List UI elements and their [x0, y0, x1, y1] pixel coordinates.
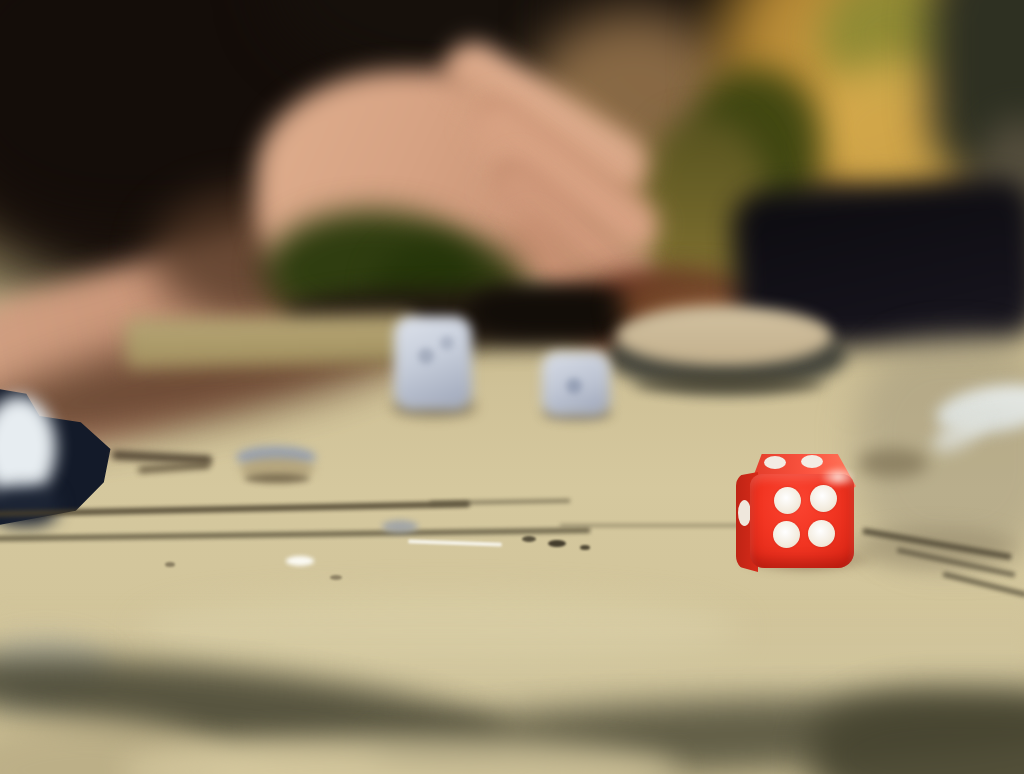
plate-shadow [634, 376, 824, 392]
table-scratch [0, 528, 590, 541]
dark-speck [522, 536, 536, 542]
die-pip [764, 456, 786, 469]
white-die-pip [566, 378, 582, 394]
die-pip [808, 520, 835, 547]
navy-box-lower-edge [0, 486, 58, 526]
white-die-left [394, 316, 472, 410]
keys-blur [138, 461, 210, 473]
wood-plank-edge [125, 313, 416, 368]
dark-speck [165, 562, 175, 567]
pebble [382, 520, 418, 533]
die-pip [810, 485, 837, 512]
mid-shadow-dark [470, 286, 640, 338]
die-gloss-highlight [820, 466, 856, 488]
die-pip [774, 487, 801, 514]
white-scratch [408, 539, 502, 546]
plate-top [616, 306, 832, 366]
white-speck [286, 556, 314, 566]
dice-photo-scene [0, 0, 1024, 774]
white-die-pip [418, 348, 434, 364]
table-scratch [430, 499, 570, 505]
die-pip [773, 521, 800, 548]
red-die [736, 450, 868, 570]
dark-mark [858, 448, 928, 478]
dark-speck [580, 545, 590, 550]
table-scratch [560, 524, 740, 527]
small-stone-shadow [244, 474, 310, 483]
dark-speck [330, 575, 342, 580]
white-die-pip [440, 336, 454, 350]
dark-speck [548, 540, 566, 547]
red-die-front-face-four [750, 474, 854, 568]
